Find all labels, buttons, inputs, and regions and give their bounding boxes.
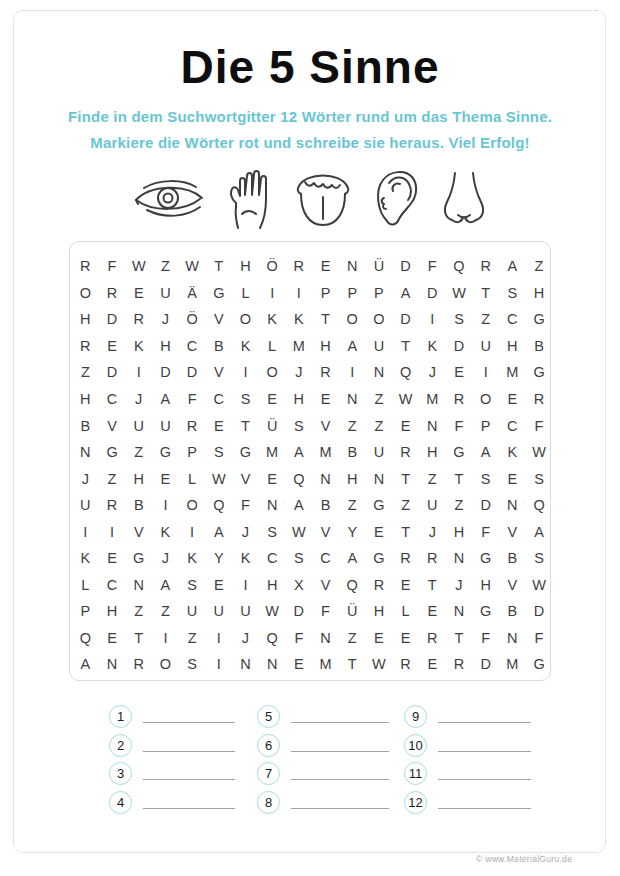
grid-cell: I — [125, 359, 152, 386]
grid-cell: K — [259, 306, 286, 333]
grid-cell: Y — [205, 545, 232, 572]
grid-cell: I — [259, 280, 286, 307]
grid-cell: A — [499, 253, 526, 280]
grid-cell: K — [125, 333, 152, 360]
grid-cell: O — [72, 280, 99, 307]
answer-number-badge: 9 — [404, 705, 427, 728]
grid-cell: E — [205, 412, 232, 439]
grid-cell: J — [125, 386, 152, 413]
grid-cell: R — [472, 253, 499, 280]
grid-cell: K — [72, 545, 99, 572]
grid-cell: B — [205, 333, 232, 360]
grid-cell: L — [259, 333, 286, 360]
grid-cell: N — [446, 598, 473, 625]
grid-cell: C — [205, 386, 232, 413]
grid-cell: Z — [72, 359, 99, 386]
grid-cell: M — [312, 651, 339, 678]
grid-cell: D — [526, 598, 553, 625]
grid-cell: S — [446, 306, 473, 333]
grid-cell: V — [312, 518, 339, 545]
grid-cell: L — [392, 598, 419, 625]
grid-cell: S — [179, 572, 206, 599]
grid-cell: J — [232, 625, 259, 652]
grid-cell: U — [125, 412, 152, 439]
grid-cell: D — [472, 651, 499, 678]
grid-cell: F — [232, 492, 259, 519]
grid-cell: R — [99, 492, 126, 519]
grid-cell: O — [366, 306, 393, 333]
grid-cell: Q — [339, 572, 366, 599]
grid-cell: P — [472, 412, 499, 439]
grid-cell: A — [472, 439, 499, 466]
grid-cell: Ü — [259, 412, 286, 439]
grid-cell: W — [205, 465, 232, 492]
grid-cell: Q — [446, 253, 473, 280]
grid-cell: J — [72, 465, 99, 492]
answer-slot-3: 3 — [109, 760, 235, 789]
grid-cell: C — [499, 306, 526, 333]
grid-cell: K — [232, 333, 259, 360]
grid-cell: A — [339, 545, 366, 572]
answer-column-2: 5678 — [257, 702, 389, 817]
grid-cell: E — [392, 572, 419, 599]
grid-cell: N — [312, 625, 339, 652]
grid-cell: B — [499, 545, 526, 572]
grid-cell: M — [259, 439, 286, 466]
grid-cell: P — [312, 280, 339, 307]
grid-cell: U — [205, 598, 232, 625]
grid-cell: Z — [339, 412, 366, 439]
grid-cell: H — [499, 333, 526, 360]
grid-cell: S — [499, 280, 526, 307]
grid-cell: R — [392, 439, 419, 466]
grid-cell: T — [392, 518, 419, 545]
grid-cell: J — [286, 359, 313, 386]
grid-cell: I — [205, 651, 232, 678]
grid-cell: Z — [472, 306, 499, 333]
answer-column-3: 9101112 — [404, 702, 531, 817]
grid-cell: H — [125, 465, 152, 492]
answer-number-badge: 12 — [404, 791, 427, 814]
grid-cell: G — [232, 439, 259, 466]
grid-cell: I — [205, 625, 232, 652]
grid-cell: I — [152, 492, 179, 519]
instructions-line2: Markiere die Wörter rot und schreibe sie… — [0, 134, 620, 151]
grid-cell: S — [259, 518, 286, 545]
grid-cell: O — [152, 651, 179, 678]
answer-slot-9: 9 — [404, 702, 531, 731]
grid-cell: E — [419, 651, 446, 678]
grid-cell: G — [125, 545, 152, 572]
grid-cell: G — [446, 439, 473, 466]
grid-cell: R — [99, 280, 126, 307]
answer-blank-line — [143, 779, 235, 780]
grid-cell: H — [99, 598, 126, 625]
grid-cell: N — [499, 492, 526, 519]
answer-slot-6: 6 — [257, 731, 389, 760]
grid-cell: H — [366, 598, 393, 625]
grid-cell: R — [72, 253, 99, 280]
grid-cell: C — [99, 386, 126, 413]
grid-cell: E — [499, 465, 526, 492]
grid-cell: S — [205, 439, 232, 466]
grid-cell: K — [152, 518, 179, 545]
grid-cell: U — [366, 439, 393, 466]
grid-cell: T — [419, 572, 446, 599]
grid-cell: R — [125, 306, 152, 333]
grid-cell: C — [99, 572, 126, 599]
grid-cell: T — [205, 253, 232, 280]
grid-cell: U — [152, 412, 179, 439]
grid-cell: H — [339, 465, 366, 492]
grid-cell: G — [152, 439, 179, 466]
answer-blank-line — [291, 808, 389, 809]
grid-cell: J — [152, 306, 179, 333]
grid-cell: Z — [526, 253, 553, 280]
grid-cell: Ä — [179, 280, 206, 307]
grid-cell: V — [499, 518, 526, 545]
answer-slot-5: 5 — [257, 702, 389, 731]
grid-cell: R — [392, 545, 419, 572]
grid-cell: B — [339, 439, 366, 466]
grid-cell: J — [152, 545, 179, 572]
grid-cell: R — [526, 386, 553, 413]
grid-cell: R — [419, 625, 446, 652]
grid-cell: Z — [419, 465, 446, 492]
grid-cell: F — [472, 518, 499, 545]
page-title: Die 5 Sinne — [0, 40, 620, 94]
answer-number-badge: 8 — [257, 791, 280, 814]
answer-blank-line — [143, 808, 235, 809]
grid-cell: R — [125, 651, 152, 678]
answer-blank-line — [438, 779, 531, 780]
answer-slot-2: 2 — [109, 731, 235, 760]
grid-cell: W — [526, 572, 553, 599]
answer-slot-4: 4 — [109, 788, 235, 817]
grid-cell: V — [205, 306, 232, 333]
grid-cell: N — [366, 465, 393, 492]
worksheet-page: Die 5 Sinne Finde in dem Suchwortgitter … — [0, 0, 620, 876]
answer-blank-line — [438, 722, 531, 723]
grid-cell: R — [419, 545, 446, 572]
grid-cell: N — [339, 386, 366, 413]
grid-cell: T — [446, 465, 473, 492]
grid-cell: X — [286, 572, 313, 599]
hand-icon — [226, 168, 272, 230]
grid-cell: H — [72, 386, 99, 413]
grid-cell: E — [99, 333, 126, 360]
grid-cell: R — [392, 651, 419, 678]
grid-cell: K — [232, 545, 259, 572]
grid-cell: I — [419, 306, 446, 333]
grid-cell: I — [72, 518, 99, 545]
grid-cell: G — [526, 359, 553, 386]
grid-cell: F — [526, 625, 553, 652]
grid-cell: Z — [152, 253, 179, 280]
grid-cell: D — [286, 598, 313, 625]
answer-number-badge: 3 — [109, 762, 132, 785]
grid-cell: M — [419, 386, 446, 413]
grid-cell: Z — [125, 598, 152, 625]
answer-number-badge: 11 — [404, 762, 427, 785]
grid-cell: E — [99, 625, 126, 652]
grid-cell: E — [312, 253, 339, 280]
senses-icons-row — [0, 166, 620, 232]
grid-cell: B — [125, 492, 152, 519]
grid-cell: P — [339, 280, 366, 307]
grid-cell: C — [312, 545, 339, 572]
answer-number-badge: 7 — [257, 762, 280, 785]
answer-blank-line — [143, 751, 235, 752]
grid-cell: S — [179, 651, 206, 678]
grid-cell: H — [472, 572, 499, 599]
grid-cell: A — [286, 492, 313, 519]
grid-cell: O — [472, 386, 499, 413]
grid-cell: T — [312, 306, 339, 333]
grid-cell: Z — [125, 439, 152, 466]
grid-cell: Ö — [179, 306, 206, 333]
grid-cell: L — [179, 465, 206, 492]
grid-cell: J — [419, 518, 446, 545]
grid-cell: J — [446, 572, 473, 599]
grid-cell: B — [72, 412, 99, 439]
answer-blank-line — [291, 779, 389, 780]
answer-slot-12: 12 — [404, 788, 531, 817]
grid-cell: B — [499, 598, 526, 625]
grid-cell: P — [179, 439, 206, 466]
grid-cell: Q — [259, 625, 286, 652]
grid-cell: N — [366, 359, 393, 386]
grid-cell: H — [526, 280, 553, 307]
grid-cell: V — [499, 572, 526, 599]
grid-cell: Z — [339, 625, 366, 652]
grid-cell: F — [446, 412, 473, 439]
grid-cell: E — [312, 386, 339, 413]
grid-cell: U — [232, 598, 259, 625]
grid-cell: T — [125, 625, 152, 652]
grid-cell: I — [286, 280, 313, 307]
grid-cell: E — [392, 625, 419, 652]
grid-cell: G — [205, 280, 232, 307]
grid-cell: H — [259, 572, 286, 599]
grid-cell: E — [392, 412, 419, 439]
grid-cell: W — [392, 386, 419, 413]
grid-cell: I — [152, 625, 179, 652]
grid-cell: G — [472, 598, 499, 625]
grid-cell: A — [152, 572, 179, 599]
grid-cell: F — [99, 253, 126, 280]
grid-cell: F — [419, 253, 446, 280]
grid-cell: H — [286, 386, 313, 413]
grid-cell: J — [419, 359, 446, 386]
word-search-grid: RFWZWTHÖRENÜDFQRAZOREUÄGLIIPPPADWTSHHDRJ… — [72, 253, 552, 678]
grid-cell: U — [366, 333, 393, 360]
grid-cell: I — [232, 359, 259, 386]
answer-blank-line — [143, 722, 235, 723]
grid-cell: V — [232, 465, 259, 492]
grid-cell: E — [499, 386, 526, 413]
grid-cell: Y — [339, 518, 366, 545]
grid-cell: A — [72, 651, 99, 678]
grid-cell: E — [366, 625, 393, 652]
answer-number-badge: 10 — [404, 734, 427, 757]
grid-cell: Q — [205, 492, 232, 519]
grid-cell: D — [99, 359, 126, 386]
answer-blank-line — [438, 808, 531, 809]
answer-number-badge: 2 — [109, 734, 132, 757]
grid-cell: I — [472, 359, 499, 386]
grid-cell: F — [472, 625, 499, 652]
answer-slot-1: 1 — [109, 702, 235, 731]
grid-cell: J — [232, 518, 259, 545]
grid-cell: U — [72, 492, 99, 519]
grid-cell: N — [446, 545, 473, 572]
grid-cell: E — [259, 386, 286, 413]
grid-cell: D — [152, 359, 179, 386]
grid-cell: R — [446, 386, 473, 413]
grid-cell: F — [179, 386, 206, 413]
grid-cell: N — [312, 465, 339, 492]
grid-cell: P — [366, 280, 393, 307]
grid-cell: M — [312, 439, 339, 466]
grid-cell: O — [339, 306, 366, 333]
nose-icon — [440, 169, 488, 229]
answer-number-badge: 6 — [257, 734, 280, 757]
grid-cell: Z — [179, 625, 206, 652]
grid-cell: V — [99, 412, 126, 439]
grid-cell: T — [392, 465, 419, 492]
grid-cell: W — [125, 253, 152, 280]
grid-cell: K — [179, 545, 206, 572]
grid-cell: E — [419, 598, 446, 625]
grid-cell: Z — [366, 386, 393, 413]
grid-cell: P — [72, 598, 99, 625]
answer-blank-line — [291, 751, 389, 752]
grid-cell: H — [72, 306, 99, 333]
grid-cell: H — [312, 333, 339, 360]
grid-cell: D — [179, 359, 206, 386]
ear-icon — [374, 168, 420, 230]
instructions-line1: Finde in dem Suchwortgitter 12 Wörter ru… — [0, 108, 620, 125]
answer-number-badge: 4 — [109, 791, 132, 814]
grid-cell: S — [232, 386, 259, 413]
grid-cell: N — [125, 572, 152, 599]
grid-cell: T — [472, 280, 499, 307]
grid-cell: H — [232, 253, 259, 280]
grid-cell: E — [99, 545, 126, 572]
grid-cell: O — [259, 359, 286, 386]
grid-cell: R — [179, 412, 206, 439]
grid-cell: G — [526, 651, 553, 678]
grid-cell: T — [232, 412, 259, 439]
grid-cell: E — [286, 651, 313, 678]
grid-cell: N — [419, 412, 446, 439]
grid-cell: N — [259, 492, 286, 519]
grid-cell: A — [392, 280, 419, 307]
grid-cell: C — [259, 545, 286, 572]
grid-cell: A — [286, 439, 313, 466]
grid-cell: W — [179, 253, 206, 280]
answer-number-badge: 5 — [257, 705, 280, 728]
grid-cell: V — [312, 412, 339, 439]
grid-cell: O — [179, 492, 206, 519]
grid-cell: S — [526, 465, 553, 492]
grid-cell: Q — [392, 359, 419, 386]
grid-cell: E — [205, 572, 232, 599]
grid-cell: S — [526, 545, 553, 572]
grid-cell: S — [286, 412, 313, 439]
tongue-icon — [292, 169, 354, 229]
grid-cell: N — [259, 651, 286, 678]
grid-cell: E — [366, 518, 393, 545]
word-search-box: RFWZWTHÖRENÜDFQRAZOREUÄGLIIPPPADWTSHHDRJ… — [69, 241, 551, 681]
grid-cell: V — [205, 359, 232, 386]
grid-cell: N — [232, 651, 259, 678]
grid-cell: C — [179, 333, 206, 360]
grid-cell: R — [446, 651, 473, 678]
copyright: © www.MaterialGuru.de — [476, 854, 572, 864]
grid-cell: I — [99, 518, 126, 545]
grid-cell: L — [232, 280, 259, 307]
answer-slot-7: 7 — [257, 760, 389, 789]
grid-cell: U — [472, 333, 499, 360]
grid-cell: B — [312, 492, 339, 519]
grid-cell: D — [419, 280, 446, 307]
grid-cell: Z — [99, 465, 126, 492]
grid-cell: W — [259, 598, 286, 625]
grid-cell: R — [312, 359, 339, 386]
answer-slot-11: 11 — [404, 760, 531, 789]
grid-cell: T — [392, 333, 419, 360]
answer-column-1: 1234 — [109, 702, 235, 817]
grid-cell: E — [152, 465, 179, 492]
grid-cell: N — [339, 253, 366, 280]
grid-cell: I — [339, 359, 366, 386]
grid-cell: H — [152, 333, 179, 360]
grid-cell: R — [366, 572, 393, 599]
grid-cell: Z — [446, 492, 473, 519]
grid-cell: E — [125, 280, 152, 307]
grid-cell: Ü — [366, 253, 393, 280]
grid-cell: N — [72, 439, 99, 466]
grid-cell: W — [286, 518, 313, 545]
grid-cell: G — [366, 545, 393, 572]
grid-cell: F — [286, 625, 313, 652]
grid-cell: R — [286, 253, 313, 280]
grid-cell: I — [232, 572, 259, 599]
grid-cell: N — [99, 651, 126, 678]
answer-slot-8: 8 — [257, 788, 389, 817]
grid-cell: I — [179, 518, 206, 545]
grid-cell: T — [446, 625, 473, 652]
grid-cell: Q — [72, 625, 99, 652]
answer-number-badge: 1 — [109, 705, 132, 728]
grid-cell: G — [366, 492, 393, 519]
grid-cell: G — [99, 439, 126, 466]
grid-cell: Q — [526, 492, 553, 519]
grid-cell: W — [526, 439, 553, 466]
grid-cell: H — [419, 439, 446, 466]
grid-cell: G — [472, 545, 499, 572]
grid-cell: U — [419, 492, 446, 519]
grid-cell: Q — [286, 465, 313, 492]
grid-cell: A — [205, 518, 232, 545]
grid-cell: G — [526, 306, 553, 333]
grid-cell: E — [446, 359, 473, 386]
grid-cell: Ö — [259, 253, 286, 280]
grid-cell: N — [499, 625, 526, 652]
grid-cell: S — [286, 545, 313, 572]
